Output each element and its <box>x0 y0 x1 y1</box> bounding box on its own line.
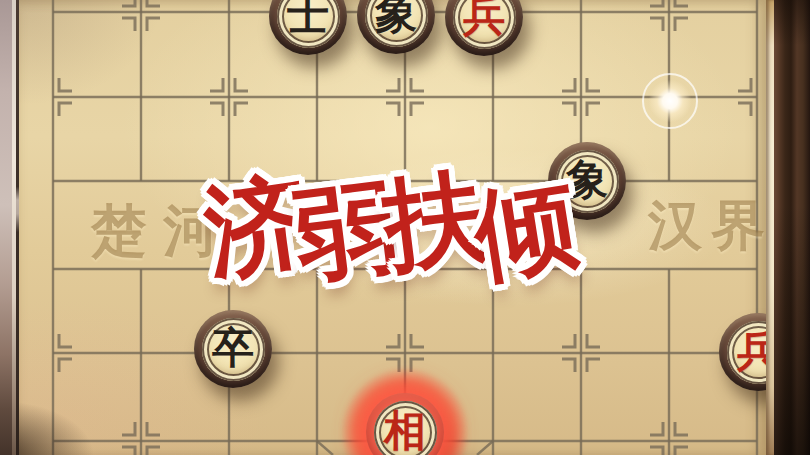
piece-black-soldier[interactable]: 卒 <box>194 310 272 388</box>
piece-face: 象 <box>365 0 428 47</box>
piece-glyph: 卒 <box>212 327 254 369</box>
move-sparkle-effect <box>637 68 703 134</box>
piece-face: 兵 <box>453 0 516 49</box>
piece-face: 卒 <box>202 318 265 381</box>
river-label-han-jie: 汉界 <box>648 199 774 253</box>
xiangqi-game-screen: 楚河 汉界 士象兵象卒兵相 济弱扶倾 <box>0 0 810 455</box>
board-edge-trim <box>16 0 19 455</box>
piece-glyph: 相 <box>384 410 426 452</box>
xiangqi-board[interactable]: 楚河 汉界 士象兵象卒兵相 <box>19 0 766 455</box>
river-label-chu-he: 楚河 <box>91 203 235 259</box>
piece-face: 士 <box>277 0 340 48</box>
piece-black-elephant[interactable]: 象 <box>548 142 626 220</box>
piece-red-soldier[interactable]: 兵 <box>445 0 523 56</box>
wood-frame-right <box>774 0 810 455</box>
piece-black-advisor[interactable]: 士 <box>269 0 347 55</box>
piece-black-elephant[interactable]: 象 <box>357 0 435 54</box>
piece-glyph: 士 <box>287 0 329 36</box>
piece-face: 象 <box>556 150 619 213</box>
piece-face: 相 <box>374 401 437 455</box>
frame-highlight-strip <box>766 0 774 455</box>
piece-red-elephant[interactable]: 相 <box>366 393 444 455</box>
left-backdrop <box>0 0 12 455</box>
piece-glyph: 兵 <box>463 0 505 37</box>
piece-glyph: 象 <box>375 0 417 35</box>
piece-glyph: 象 <box>566 159 608 201</box>
